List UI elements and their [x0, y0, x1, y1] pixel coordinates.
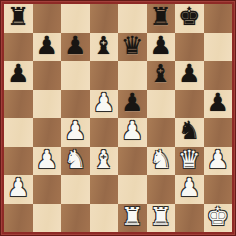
square-f2[interactable] — [147, 175, 176, 204]
square-e2[interactable] — [118, 175, 147, 204]
square-h5[interactable]: ♟ — [204, 90, 233, 119]
square-b8[interactable] — [33, 4, 62, 33]
square-a4[interactable] — [4, 118, 33, 147]
square-g6[interactable]: ♟ — [175, 61, 204, 90]
square-e5[interactable]: ♟ — [118, 90, 147, 119]
square-g8[interactable]: ♚ — [175, 4, 204, 33]
piece-black-pawn-c7[interactable]: ♟ — [64, 33, 86, 61]
square-b6[interactable] — [33, 61, 62, 90]
piece-white-queen-g3[interactable]: ♛ — [178, 147, 200, 175]
square-d1[interactable] — [90, 204, 119, 233]
square-a1[interactable] — [4, 204, 33, 233]
square-a7[interactable] — [4, 33, 33, 62]
square-b5[interactable] — [33, 90, 62, 119]
piece-white-pawn-h3[interactable]: ♟ — [207, 147, 229, 175]
square-g3[interactable]: ♛ — [175, 147, 204, 176]
piece-black-rook-a8[interactable]: ♜ — [7, 4, 29, 32]
piece-white-knight-c3[interactable]: ♞ — [64, 147, 86, 175]
square-d7[interactable]: ♝ — [90, 33, 119, 62]
square-a3[interactable] — [4, 147, 33, 176]
square-f8[interactable]: ♜ — [147, 4, 176, 33]
piece-white-pawn-a2[interactable]: ♟ — [7, 175, 29, 203]
square-c3[interactable]: ♞ — [61, 147, 90, 176]
square-g1[interactable] — [175, 204, 204, 233]
square-e1[interactable]: ♜ — [118, 204, 147, 233]
square-c4[interactable]: ♟ — [61, 118, 90, 147]
piece-white-pawn-g2[interactable]: ♟ — [178, 175, 200, 203]
piece-white-pawn-e4[interactable]: ♟ — [121, 118, 143, 146]
piece-black-pawn-g6[interactable]: ♟ — [178, 61, 200, 89]
square-d2[interactable] — [90, 175, 119, 204]
square-g7[interactable] — [175, 33, 204, 62]
piece-white-rook-f1[interactable]: ♜ — [150, 204, 172, 232]
piece-black-bishop-f6[interactable]: ♝ — [150, 61, 172, 89]
square-c7[interactable]: ♟ — [61, 33, 90, 62]
chess-board: ♜♜♚♟♟♝♛♟♟♝♟♟♟♟♟♟♞♟♞♝♞♛♟♟♟♜♜♚ — [4, 4, 232, 232]
piece-black-pawn-e5[interactable]: ♟ — [121, 90, 143, 118]
piece-black-pawn-f7[interactable]: ♟ — [150, 33, 172, 61]
piece-black-queen-e7[interactable]: ♛ — [121, 33, 143, 61]
square-e6[interactable] — [118, 61, 147, 90]
piece-white-rook-e1[interactable]: ♜ — [121, 204, 143, 232]
square-f1[interactable]: ♜ — [147, 204, 176, 233]
square-f4[interactable] — [147, 118, 176, 147]
square-e4[interactable]: ♟ — [118, 118, 147, 147]
piece-white-pawn-d5[interactable]: ♟ — [93, 90, 115, 118]
square-b1[interactable] — [33, 204, 62, 233]
piece-black-bishop-d7[interactable]: ♝ — [93, 33, 115, 61]
piece-white-king-h1[interactable]: ♚ — [207, 204, 229, 232]
square-h4[interactable] — [204, 118, 233, 147]
square-c1[interactable] — [61, 204, 90, 233]
square-b3[interactable]: ♟ — [33, 147, 62, 176]
square-h7[interactable] — [204, 33, 233, 62]
piece-black-king-g8[interactable]: ♚ — [178, 4, 200, 32]
square-e7[interactable]: ♛ — [118, 33, 147, 62]
square-a5[interactable] — [4, 90, 33, 119]
square-h1[interactable]: ♚ — [204, 204, 233, 233]
square-c5[interactable] — [61, 90, 90, 119]
piece-black-pawn-h5[interactable]: ♟ — [207, 90, 229, 118]
square-a6[interactable]: ♟ — [4, 61, 33, 90]
square-d3[interactable]: ♝ — [90, 147, 119, 176]
square-f7[interactable]: ♟ — [147, 33, 176, 62]
square-h6[interactable] — [204, 61, 233, 90]
square-b4[interactable] — [33, 118, 62, 147]
piece-black-pawn-a6[interactable]: ♟ — [7, 61, 29, 89]
square-e8[interactable] — [118, 4, 147, 33]
square-c6[interactable] — [61, 61, 90, 90]
square-f6[interactable]: ♝ — [147, 61, 176, 90]
square-b2[interactable] — [33, 175, 62, 204]
square-d5[interactable]: ♟ — [90, 90, 119, 119]
square-f3[interactable]: ♞ — [147, 147, 176, 176]
board-frame: ♜♜♚♟♟♝♛♟♟♝♟♟♟♟♟♟♞♟♞♝♞♛♟♟♟♜♜♚ — [0, 0, 236, 236]
piece-black-knight-g4[interactable]: ♞ — [178, 118, 200, 146]
square-f5[interactable] — [147, 90, 176, 119]
piece-white-knight-f3[interactable]: ♞ — [150, 147, 172, 175]
piece-black-rook-f8[interactable]: ♜ — [150, 4, 172, 32]
square-c2[interactable] — [61, 175, 90, 204]
square-g4[interactable]: ♞ — [175, 118, 204, 147]
piece-white-bishop-d3[interactable]: ♝ — [93, 147, 115, 175]
square-c8[interactable] — [61, 4, 90, 33]
square-b7[interactable]: ♟ — [33, 33, 62, 62]
square-h2[interactable] — [204, 175, 233, 204]
square-g5[interactable] — [175, 90, 204, 119]
square-d6[interactable] — [90, 61, 119, 90]
square-d8[interactable] — [90, 4, 119, 33]
square-h3[interactable]: ♟ — [204, 147, 233, 176]
square-e3[interactable] — [118, 147, 147, 176]
square-a8[interactable]: ♜ — [4, 4, 33, 33]
square-d4[interactable] — [90, 118, 119, 147]
piece-white-pawn-b3[interactable]: ♟ — [36, 147, 58, 175]
square-a2[interactable]: ♟ — [4, 175, 33, 204]
piece-white-pawn-c4[interactable]: ♟ — [64, 118, 86, 146]
piece-black-pawn-b7[interactable]: ♟ — [36, 33, 58, 61]
square-g2[interactable]: ♟ — [175, 175, 204, 204]
square-h8[interactable] — [204, 4, 233, 33]
